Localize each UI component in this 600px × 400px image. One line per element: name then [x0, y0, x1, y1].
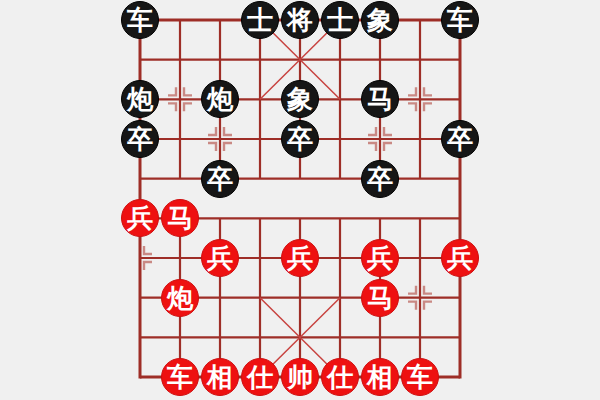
piece-black-soldier[interactable]: 卒 — [281, 120, 319, 158]
piece-black-soldier[interactable]: 卒 — [361, 160, 399, 198]
point-marker — [424, 87, 432, 95]
point-marker — [424, 302, 432, 310]
piece-black-elephant[interactable]: 象 — [361, 1, 399, 39]
point-marker — [208, 143, 216, 151]
piece-black-chariot[interactable]: 车 — [441, 1, 479, 39]
point-marker — [224, 143, 232, 151]
piece-red-soldier[interactable]: 兵 — [361, 239, 399, 277]
piece-red-advisor[interactable]: 仕 — [241, 358, 279, 396]
piece-red-soldier[interactable]: 兵 — [441, 239, 479, 277]
point-marker — [408, 87, 416, 95]
point-marker — [368, 127, 376, 135]
piece-black-chariot[interactable]: 车 — [121, 1, 159, 39]
piece-red-soldier[interactable]: 兵 — [281, 239, 319, 277]
piece-red-chariot[interactable]: 车 — [161, 358, 199, 396]
piece-red-chariot[interactable]: 车 — [401, 358, 439, 396]
piece-black-general[interactable]: 将 — [281, 1, 319, 39]
xiangqi-app: 车士将士象车炮炮象马卒卒卒卒卒兵马兵兵兵兵炮马车相仕帅仕相车 — [0, 0, 600, 400]
piece-red-horse[interactable]: 马 — [361, 279, 399, 317]
piece-red-cannon[interactable]: 炮 — [161, 279, 199, 317]
point-marker — [184, 87, 192, 95]
piece-black-soldier[interactable]: 卒 — [441, 120, 479, 158]
point-marker — [408, 302, 416, 310]
piece-red-general[interactable]: 帅 — [281, 358, 319, 396]
piece-red-advisor[interactable]: 仕 — [321, 358, 359, 396]
piece-black-soldier[interactable]: 卒 — [121, 120, 159, 158]
piece-black-advisor[interactable]: 士 — [241, 1, 279, 39]
point-marker — [384, 127, 392, 135]
point-marker — [384, 143, 392, 151]
piece-red-elephant[interactable]: 相 — [361, 358, 399, 396]
point-marker — [168, 103, 176, 111]
point-marker — [424, 103, 432, 111]
point-marker — [408, 286, 416, 294]
piece-red-elephant[interactable]: 相 — [201, 358, 239, 396]
point-marker — [184, 103, 192, 111]
piece-black-soldier[interactable]: 卒 — [201, 160, 239, 198]
board-grid — [0, 0, 600, 400]
point-marker — [208, 127, 216, 135]
piece-black-advisor[interactable]: 士 — [321, 1, 359, 39]
point-marker — [424, 286, 432, 294]
piece-red-soldier[interactable]: 兵 — [201, 239, 239, 277]
point-marker — [144, 262, 152, 270]
point-marker — [224, 127, 232, 135]
point-marker — [168, 87, 176, 95]
point-marker — [368, 143, 376, 151]
point-marker — [144, 246, 152, 254]
point-marker — [408, 103, 416, 111]
